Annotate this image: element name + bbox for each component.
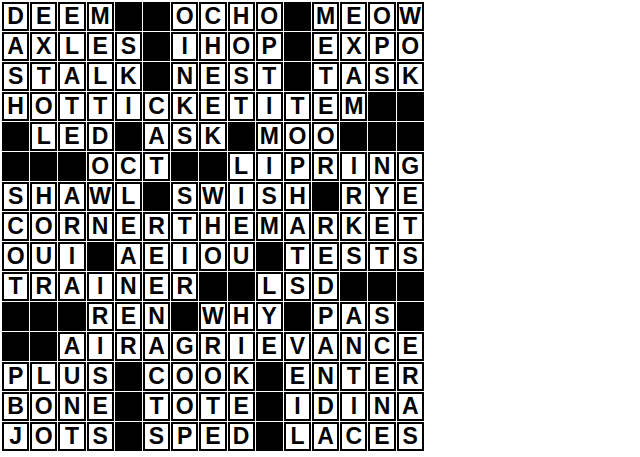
letter-cell-r10c7[interactable]: R: [171, 272, 198, 301]
letter-cell-r2c2[interactable]: X: [30, 32, 57, 61]
black-cell-r4c15: [397, 92, 424, 121]
black-cell-r5c14: [368, 122, 395, 151]
letter-cell-r3c12[interactable]: T: [312, 62, 339, 91]
letter-cell-r12c13[interactable]: N: [340, 332, 367, 361]
letter-cell-r13c9[interactable]: K: [228, 362, 255, 391]
letter-cell-r1c8[interactable]: C: [199, 2, 226, 31]
letter-cell-r14c12[interactable]: D: [312, 392, 339, 421]
letter-cell-r12c12[interactable]: A: [312, 332, 339, 361]
letter-cell-r13c11[interactable]: E: [284, 362, 311, 391]
black-cell-r15c10: [256, 422, 283, 451]
letter-cell-r6c9[interactable]: L: [228, 152, 255, 181]
letter-cell-r6c4[interactable]: O: [87, 152, 114, 181]
letter-cell-r1c9[interactable]: H: [228, 2, 255, 31]
letter-cell-r2c7[interactable]: I: [171, 32, 198, 61]
letter-cell-r8c3[interactable]: R: [58, 212, 85, 241]
letter-cell-r12c6[interactable]: A: [143, 332, 170, 361]
letter-cell-r7c11[interactable]: H: [284, 182, 311, 211]
crossword-grid: DEEMOCHOMEOWAXLESIHOPEXPOSTALKNESTTASKHO…: [2, 2, 424, 451]
letter-cell-r15c12[interactable]: A: [312, 422, 339, 451]
letter-cell-r15c8[interactable]: E: [199, 422, 226, 451]
letter-cell-r10c5[interactable]: N: [115, 272, 142, 301]
letter-cell-r9c2[interactable]: U: [30, 242, 57, 271]
letter-cell-r14c7[interactable]: O: [171, 392, 198, 421]
letter-cell-r11c9[interactable]: H: [228, 302, 255, 331]
letter-cell-r4c10[interactable]: I: [256, 92, 283, 121]
letter-cell-r9c7[interactable]: I: [171, 242, 198, 271]
letter-cell-r7c5[interactable]: L: [115, 182, 142, 211]
black-cell-r6c2: [30, 152, 57, 181]
letter-cell-r13c4[interactable]: S: [87, 362, 114, 391]
letter-cell-r2c3[interactable]: L: [58, 32, 85, 61]
letter-cell-r6c14[interactable]: N: [368, 152, 395, 181]
letter-cell-r8c4[interactable]: N: [87, 212, 114, 241]
letter-cell-r6c6[interactable]: T: [143, 152, 170, 181]
letter-cell-r11c14[interactable]: S: [368, 302, 395, 331]
letter-cell-r14c2[interactable]: O: [30, 392, 57, 421]
letter-cell-r12c9[interactable]: I: [228, 332, 255, 361]
letter-cell-r1c13[interactable]: E: [340, 2, 367, 31]
letter-cell-r7c8[interactable]: W: [199, 182, 226, 211]
letter-cell-r8c6[interactable]: R: [143, 212, 170, 241]
letter-cell-r15c1[interactable]: J: [2, 422, 29, 451]
letter-cell-r14c15[interactable]: A: [397, 392, 424, 421]
letter-cell-r11c4[interactable]: R: [87, 302, 114, 331]
letter-cell-r4c12[interactable]: E: [312, 92, 339, 121]
letter-cell-r8c12[interactable]: R: [312, 212, 339, 241]
black-cell-r10c13: [340, 272, 367, 301]
letter-cell-r14c13[interactable]: I: [340, 392, 367, 421]
letter-cell-r6c5[interactable]: C: [115, 152, 142, 181]
letter-cell-r3c4[interactable]: L: [87, 62, 114, 91]
letter-cell-r6c11[interactable]: P: [284, 152, 311, 181]
letter-cell-r14c8[interactable]: T: [199, 392, 226, 421]
letter-cell-r8c7[interactable]: T: [171, 212, 198, 241]
black-cell-r6c3: [58, 152, 85, 181]
letter-cell-r15c13[interactable]: C: [340, 422, 367, 451]
letter-cell-r12c10[interactable]: E: [256, 332, 283, 361]
letter-cell-r11c13[interactable]: A: [340, 302, 367, 331]
letter-cell-r10c2[interactable]: R: [30, 272, 57, 301]
black-cell-r11c11: [284, 302, 311, 331]
letter-cell-r8c13[interactable]: K: [340, 212, 367, 241]
letter-cell-r4c13[interactable]: M: [340, 92, 367, 121]
letter-cell-r13c8[interactable]: O: [199, 362, 226, 391]
letter-cell-r5c2[interactable]: L: [30, 122, 57, 151]
letter-cell-r2c12[interactable]: E: [312, 32, 339, 61]
letter-cell-r12c4[interactable]: I: [87, 332, 114, 361]
letter-cell-r9c12[interactable]: E: [312, 242, 339, 271]
letter-cell-r1c7[interactable]: O: [171, 2, 198, 31]
black-cell-r6c8: [199, 152, 226, 181]
black-cell-r14c10: [256, 392, 283, 421]
letter-cell-r12c14[interactable]: C: [368, 332, 395, 361]
letter-cell-r15c2[interactable]: O: [30, 422, 57, 451]
black-cell-r1c5: [115, 2, 142, 31]
black-cell-r7c12: [312, 182, 339, 211]
black-cell-r14c5: [115, 392, 142, 421]
letter-cell-r4c3[interactable]: T: [58, 92, 85, 121]
letter-cell-r9c6[interactable]: E: [143, 242, 170, 271]
letter-cell-r13c2[interactable]: L: [30, 362, 57, 391]
letter-cell-r2c14[interactable]: P: [368, 32, 395, 61]
letter-cell-r5c7[interactable]: S: [171, 122, 198, 151]
letter-cell-r5c11[interactable]: O: [284, 122, 311, 151]
letter-cell-r3c15[interactable]: K: [397, 62, 424, 91]
letter-cell-r1c4[interactable]: M: [87, 2, 114, 31]
letter-cell-r9c5[interactable]: A: [115, 242, 142, 271]
letter-cell-r2c8[interactable]: H: [199, 32, 226, 61]
letter-cell-r7c2[interactable]: H: [30, 182, 57, 211]
letter-cell-r9c3[interactable]: I: [58, 242, 85, 271]
letter-cell-r8c9[interactable]: E: [228, 212, 255, 241]
letter-cell-r3c5[interactable]: K: [115, 62, 142, 91]
letter-cell-r10c12[interactable]: D: [312, 272, 339, 301]
black-cell-r12c2: [30, 332, 57, 361]
letter-cell-r7c4[interactable]: W: [87, 182, 114, 211]
letter-cell-r10c4[interactable]: I: [87, 272, 114, 301]
letter-cell-r7c3[interactable]: A: [58, 182, 85, 211]
letter-cell-r1c12[interactable]: M: [312, 2, 339, 31]
letter-cell-r4c6[interactable]: C: [143, 92, 170, 121]
black-cell-r7c6: [143, 182, 170, 211]
letter-cell-r13c13[interactable]: T: [340, 362, 367, 391]
letter-cell-r10c3[interactable]: A: [58, 272, 85, 301]
black-cell-r4c14: [368, 92, 395, 121]
black-cell-r13c5: [115, 362, 142, 391]
letter-cell-r13c7[interactable]: O: [171, 362, 198, 391]
letter-cell-r11c12[interactable]: P: [312, 302, 339, 331]
letter-cell-r8c8[interactable]: H: [199, 212, 226, 241]
black-cell-r10c15: [397, 272, 424, 301]
letter-cell-r1c15[interactable]: W: [397, 2, 424, 31]
letter-cell-r13c6[interactable]: C: [143, 362, 170, 391]
letter-cell-r13c15[interactable]: R: [397, 362, 424, 391]
letter-cell-r3c14[interactable]: S: [368, 62, 395, 91]
letter-cell-r14c11[interactable]: I: [284, 392, 311, 421]
letter-cell-r15c3[interactable]: T: [58, 422, 85, 451]
letter-cell-r10c6[interactable]: E: [143, 272, 170, 301]
letter-cell-r5c4[interactable]: D: [87, 122, 114, 151]
letter-cell-r1c1[interactable]: D: [2, 2, 29, 31]
letter-cell-r13c12[interactable]: N: [312, 362, 339, 391]
letter-cell-r7c13[interactable]: R: [340, 182, 367, 211]
black-cell-r11c7: [171, 302, 198, 331]
letter-cell-r2c1[interactable]: A: [2, 32, 29, 61]
letter-cell-r7c15[interactable]: E: [397, 182, 424, 211]
letter-cell-r15c14[interactable]: E: [368, 422, 395, 451]
letter-cell-r3c2[interactable]: T: [30, 62, 57, 91]
letter-cell-r9c14[interactable]: T: [368, 242, 395, 271]
black-cell-r5c9: [228, 122, 255, 151]
letter-cell-r4c1[interactable]: H: [2, 92, 29, 121]
letter-cell-r5c8[interactable]: K: [199, 122, 226, 151]
letter-cell-r4c9[interactable]: T: [228, 92, 255, 121]
letter-cell-r5c10[interactable]: M: [256, 122, 283, 151]
letter-cell-r2c9[interactable]: O: [228, 32, 255, 61]
letter-cell-r10c1[interactable]: T: [2, 272, 29, 301]
letter-cell-r8c2[interactable]: O: [30, 212, 57, 241]
letter-cell-r9c11[interactable]: T: [284, 242, 311, 271]
letter-cell-r9c1[interactable]: O: [2, 242, 29, 271]
black-cell-r11c15: [397, 302, 424, 331]
letter-cell-r11c6[interactable]: N: [143, 302, 170, 331]
letter-cell-r13c1[interactable]: P: [2, 362, 29, 391]
black-cell-r11c3: [58, 302, 85, 331]
letter-cell-r1c3[interactable]: E: [58, 2, 85, 31]
letter-cell-r10c10[interactable]: L: [256, 272, 283, 301]
letter-cell-r3c8[interactable]: E: [199, 62, 226, 91]
letter-cell-r5c6[interactable]: A: [143, 122, 170, 151]
black-cell-r11c1: [2, 302, 29, 331]
letter-cell-r9c15[interactable]: S: [397, 242, 424, 271]
black-cell-r10c14: [368, 272, 395, 301]
letter-cell-r4c7[interactable]: K: [171, 92, 198, 121]
black-cell-r9c10: [256, 242, 283, 271]
letter-cell-r15c9[interactable]: D: [228, 422, 255, 451]
letter-cell-r2c5[interactable]: S: [115, 32, 142, 61]
letter-cell-r14c6[interactable]: T: [143, 392, 170, 421]
letter-cell-r1c14[interactable]: O: [368, 2, 395, 31]
letter-cell-r15c4[interactable]: S: [87, 422, 114, 451]
letter-cell-r8c15[interactable]: T: [397, 212, 424, 241]
black-cell-r2c6: [143, 32, 170, 61]
letter-cell-r6c10[interactable]: I: [256, 152, 283, 181]
letter-cell-r14c14[interactable]: N: [368, 392, 395, 421]
letter-cell-r2c4[interactable]: E: [87, 32, 114, 61]
letter-cell-r12c11[interactable]: V: [284, 332, 311, 361]
black-cell-r6c1: [2, 152, 29, 181]
letter-cell-r6c13[interactable]: I: [340, 152, 367, 181]
letter-cell-r9c8[interactable]: O: [199, 242, 226, 271]
letter-cell-r10c11[interactable]: S: [284, 272, 311, 301]
letter-cell-r1c10[interactable]: O: [256, 2, 283, 31]
black-cell-r5c5: [115, 122, 142, 151]
letter-cell-r7c1[interactable]: S: [2, 182, 29, 211]
letter-cell-r12c7[interactable]: G: [171, 332, 198, 361]
letter-cell-r7c7[interactable]: S: [171, 182, 198, 211]
letter-cell-r8c11[interactable]: A: [284, 212, 311, 241]
letter-cell-r4c5[interactable]: I: [115, 92, 142, 121]
letter-cell-r6c15[interactable]: G: [397, 152, 424, 181]
letter-cell-r8c14[interactable]: E: [368, 212, 395, 241]
black-cell-r3c11: [284, 62, 311, 91]
black-cell-r10c8: [199, 272, 226, 301]
letter-cell-r8c5[interactable]: E: [115, 212, 142, 241]
black-cell-r15c5: [115, 422, 142, 451]
letter-cell-r5c12[interactable]: O: [312, 122, 339, 151]
black-cell-r11c2: [30, 302, 57, 331]
black-cell-r5c15: [397, 122, 424, 151]
letter-cell-r2c10[interactable]: P: [256, 32, 283, 61]
letter-cell-r6c12[interactable]: R: [312, 152, 339, 181]
letter-cell-r15c6[interactable]: S: [143, 422, 170, 451]
letter-cell-r12c15[interactable]: E: [397, 332, 424, 361]
black-cell-r1c11: [284, 2, 311, 31]
letter-cell-r3c9[interactable]: S: [228, 62, 255, 91]
black-cell-r9c4: [87, 242, 114, 271]
letter-cell-r14c1[interactable]: B: [2, 392, 29, 421]
black-cell-r5c13: [340, 122, 367, 151]
letter-cell-r1c2[interactable]: E: [30, 2, 57, 31]
letter-cell-r11c8[interactable]: W: [199, 302, 226, 331]
crossword-page: DEEMOCHOMEOWAXLESIHOPEXPOSTALKNESTTASKHO…: [0, 0, 640, 457]
letter-cell-r12c3[interactable]: A: [58, 332, 85, 361]
letter-cell-r14c9[interactable]: E: [228, 392, 255, 421]
black-cell-r10c9: [228, 272, 255, 301]
black-cell-r2c11: [284, 32, 311, 61]
letter-cell-r7c14[interactable]: Y: [368, 182, 395, 211]
letter-cell-r8c1[interactable]: C: [2, 212, 29, 241]
letter-cell-r5c3[interactable]: E: [58, 122, 85, 151]
letter-cell-r4c4[interactable]: T: [87, 92, 114, 121]
black-cell-r13c10: [256, 362, 283, 391]
letter-cell-r2c15[interactable]: O: [397, 32, 424, 61]
black-cell-r3c6: [143, 62, 170, 91]
letter-cell-r4c11[interactable]: T: [284, 92, 311, 121]
letter-cell-r8c10[interactable]: M: [256, 212, 283, 241]
letter-cell-r13c14[interactable]: E: [368, 362, 395, 391]
letter-cell-r2c13[interactable]: X: [340, 32, 367, 61]
letter-cell-r7c10[interactable]: S: [256, 182, 283, 211]
letter-cell-r15c11[interactable]: L: [284, 422, 311, 451]
letter-cell-r3c3[interactable]: A: [58, 62, 85, 91]
letter-cell-r3c10[interactable]: T: [256, 62, 283, 91]
black-cell-r5c1: [2, 122, 29, 151]
letter-cell-r15c15[interactable]: S: [397, 422, 424, 451]
letter-cell-r9c9[interactable]: U: [228, 242, 255, 271]
letter-cell-r4c8[interactable]: E: [199, 92, 226, 121]
letter-cell-r15c7[interactable]: P: [171, 422, 198, 451]
black-cell-r12c1: [2, 332, 29, 361]
letter-cell-r14c4[interactable]: E: [87, 392, 114, 421]
letter-cell-r4c2[interactable]: O: [30, 92, 57, 121]
letter-cell-r3c7[interactable]: N: [171, 62, 198, 91]
letter-cell-r11c5[interactable]: E: [115, 302, 142, 331]
letter-cell-r12c5[interactable]: R: [115, 332, 142, 361]
letter-cell-r13c3[interactable]: U: [58, 362, 85, 391]
black-cell-r6c7: [171, 152, 198, 181]
letter-cell-r7c9[interactable]: I: [228, 182, 255, 211]
letter-cell-r3c1[interactable]: S: [2, 62, 29, 91]
black-cell-r1c6: [143, 2, 170, 31]
letter-cell-r9c13[interactable]: S: [340, 242, 367, 271]
letter-cell-r11c10[interactable]: Y: [256, 302, 283, 331]
letter-cell-r12c8[interactable]: R: [199, 332, 226, 361]
letter-cell-r14c3[interactable]: N: [58, 392, 85, 421]
letter-cell-r3c13[interactable]: A: [340, 62, 367, 91]
